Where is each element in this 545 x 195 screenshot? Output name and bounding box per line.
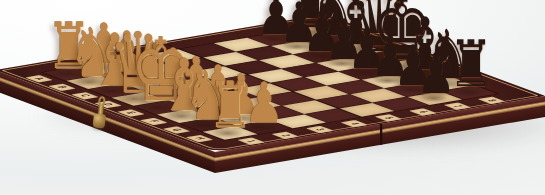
- chess-piece-black-pawn[interactable]: ♟: [417, 46, 456, 102]
- fold-seam: [380, 124, 382, 145]
- rank-label: 4: [341, 120, 369, 127]
- chess-piece-white-rook[interactable]: ♜: [208, 74, 253, 138]
- rank-label: 6: [409, 108, 437, 115]
- rank-label: 3: [306, 126, 334, 133]
- rank-label: 5: [375, 114, 403, 121]
- chess-set-photo: ABCDEFGH12345678 ♜♞♝♛♚♝♞♜♟♟♟♟♟♟♟♟♟♟♟♟♟♟♟…: [0, 0, 545, 195]
- clasp-lock-icon: [93, 113, 106, 128]
